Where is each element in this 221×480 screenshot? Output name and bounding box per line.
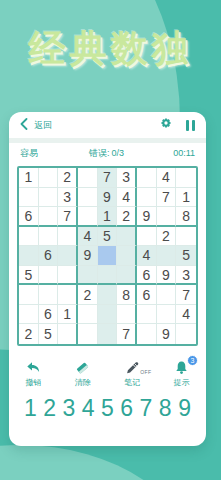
numpad-6[interactable]: 6: [120, 397, 133, 420]
cell-r1c4[interactable]: [78, 168, 98, 188]
cell-r9c3[interactable]: [58, 324, 78, 344]
cell-r1c6[interactable]: 3: [117, 168, 137, 188]
cell-r5c9[interactable]: 5: [176, 246, 196, 266]
cell-r4c8[interactable]: 2: [157, 227, 177, 247]
cell-r1c2[interactable]: [39, 168, 59, 188]
cell-r9c2[interactable]: 5: [39, 324, 59, 344]
cell-r9c9[interactable]: [176, 324, 196, 344]
cell-r4c1[interactable]: [19, 227, 39, 247]
cell-r6c6[interactable]: [117, 266, 137, 286]
cell-r7c5[interactable]: [98, 285, 118, 305]
undo-arrow-icon: [25, 360, 42, 375]
numpad-2[interactable]: 2: [43, 397, 56, 420]
cell-r8c1[interactable]: [19, 305, 39, 325]
cell-r2c4[interactable]: [78, 188, 98, 208]
cell-r8c5[interactable]: [98, 305, 118, 325]
cell-r4c6[interactable]: [117, 227, 137, 247]
cell-r4c2[interactable]: [39, 227, 59, 247]
notes-state: OFF: [140, 369, 152, 375]
cell-r9c1[interactable]: 2: [19, 324, 39, 344]
cell-r5c7[interactable]: 4: [137, 246, 157, 266]
cell-r8c2[interactable]: 6: [39, 305, 59, 325]
cell-r6c5[interactable]: [98, 266, 118, 286]
cell-r2c6[interactable]: 4: [117, 188, 137, 208]
cell-r6c9[interactable]: 3: [176, 266, 196, 286]
cell-r3c1[interactable]: 6: [19, 207, 39, 227]
numpad: 123456789: [9, 397, 206, 420]
cell-r3c7[interactable]: 9: [137, 207, 157, 227]
erase-label: 清除: [75, 377, 91, 388]
cell-r6c3[interactable]: [58, 266, 78, 286]
settings-gear-icon[interactable]: [159, 116, 173, 134]
undo-button[interactable]: 撤销: [25, 360, 42, 388]
cell-r8c4[interactable]: [78, 305, 98, 325]
cell-r5c4[interactable]: 9: [78, 246, 98, 266]
cell-r7c6[interactable]: 8: [117, 285, 137, 305]
pencil-icon: [124, 360, 141, 375]
cell-r1c8[interactable]: 4: [157, 168, 177, 188]
cell-r6c4[interactable]: [78, 266, 98, 286]
cell-r5c6[interactable]: [117, 246, 137, 266]
notes-button[interactable]: OFF 笔记: [124, 360, 141, 388]
eraser-icon: [74, 360, 91, 375]
cell-r8c9[interactable]: 4: [176, 305, 196, 325]
numpad-3[interactable]: 3: [63, 397, 76, 420]
pause-icon[interactable]: [186, 120, 195, 131]
cell-r6c2[interactable]: [39, 266, 59, 286]
cell-r1c3[interactable]: 2: [58, 168, 78, 188]
numpad-8[interactable]: 8: [159, 397, 172, 420]
numpad-9[interactable]: 9: [178, 397, 191, 420]
cell-r2c2[interactable]: [39, 188, 59, 208]
cell-r7c1[interactable]: [19, 285, 39, 305]
cell-r5c5[interactable]: [98, 246, 118, 266]
cell-r3c4[interactable]: [78, 207, 98, 227]
cell-r2c8[interactable]: 7: [157, 188, 177, 208]
cell-r2c9[interactable]: 1: [176, 188, 196, 208]
cell-r7c4[interactable]: 2: [78, 285, 98, 305]
erase-button[interactable]: 清除: [74, 360, 91, 388]
cell-r2c3[interactable]: 3: [58, 188, 78, 208]
errors-counter: 错误:0/3: [38, 147, 173, 160]
cell-r1c7[interactable]: [137, 168, 157, 188]
cell-r1c5[interactable]: 7: [98, 168, 118, 188]
cell-r3c8[interactable]: [157, 207, 177, 227]
notes-label: 笔记: [124, 377, 140, 388]
cell-r4c4[interactable]: 4: [78, 227, 98, 247]
numpad-5[interactable]: 5: [101, 397, 114, 420]
background-blob-bottom: [0, 445, 195, 480]
cell-r5c2[interactable]: 6: [39, 246, 59, 266]
cell-r2c1[interactable]: [19, 188, 39, 208]
status-bar: 容易 错误:0/3 00:11: [9, 143, 206, 163]
cell-r1c1[interactable]: 1: [19, 168, 39, 188]
cell-r4c7[interactable]: [137, 227, 157, 247]
app-title: 经典数独: [0, 24, 221, 74]
cell-r7c8[interactable]: [157, 285, 177, 305]
cell-r8c3[interactable]: 1: [58, 305, 78, 325]
header-bar: 返回: [9, 114, 206, 136]
cell-r8c6[interactable]: [117, 305, 137, 325]
cell-r3c2[interactable]: [39, 207, 59, 227]
cell-r3c6[interactable]: 2: [117, 207, 137, 227]
cell-r2c5[interactable]: 9: [98, 188, 118, 208]
hint-label: 提示: [173, 377, 189, 388]
cell-r7c9[interactable]: 7: [176, 285, 196, 305]
cell-r4c5[interactable]: 5: [98, 227, 118, 247]
numpad-1[interactable]: 1: [24, 397, 37, 420]
cell-r6c8[interactable]: 9: [157, 266, 177, 286]
cell-r4c3[interactable]: [58, 227, 78, 247]
cell-r8c8[interactable]: [157, 305, 177, 325]
cell-r7c3[interactable]: [58, 285, 78, 305]
back-button[interactable]: 返回: [20, 118, 52, 132]
cell-r9c5[interactable]: [98, 324, 118, 344]
cell-r6c7[interactable]: 6: [137, 266, 157, 286]
cell-r3c5[interactable]: 1: [98, 207, 118, 227]
hint-button[interactable]: 3 提示: [173, 360, 190, 388]
cell-r3c3[interactable]: 7: [58, 207, 78, 227]
cell-r3c9[interactable]: 8: [176, 207, 196, 227]
app-screen: 经典数独 返回: [0, 0, 221, 480]
cell-r5c8[interactable]: [157, 246, 177, 266]
cell-r5c1[interactable]: [19, 246, 39, 266]
cell-r6c1[interactable]: 5: [19, 266, 39, 286]
timer: 00:11: [173, 148, 195, 158]
cell-r7c7[interactable]: 6: [137, 285, 157, 305]
undo-label: 撤销: [26, 377, 42, 388]
cell-r8c7[interactable]: [137, 305, 157, 325]
cell-r9c6[interactable]: 7: [117, 324, 137, 344]
numpad-7[interactable]: 7: [140, 397, 153, 420]
sudoku-grid: 12734394716712984526945569328676142579: [17, 166, 198, 346]
game-card: 返回 容易: [9, 112, 206, 446]
hint-badge: 3: [187, 355, 198, 366]
cell-r1c9[interactable]: [176, 168, 196, 188]
cell-r5c3[interactable]: [58, 246, 78, 266]
cell-r9c7[interactable]: [137, 324, 157, 344]
cell-r7c2[interactable]: [39, 285, 59, 305]
cell-r9c8[interactable]: 9: [157, 324, 177, 344]
cell-r2c7[interactable]: [137, 188, 157, 208]
toolbar: 撤销 清除: [9, 360, 206, 388]
difficulty-label: 容易: [20, 147, 38, 160]
numpad-4[interactable]: 4: [82, 397, 95, 420]
cell-r4c9[interactable]: [176, 227, 196, 247]
chevron-left-icon: [20, 118, 28, 132]
cell-r9c4[interactable]: [78, 324, 98, 344]
back-label: 返回: [34, 119, 52, 132]
